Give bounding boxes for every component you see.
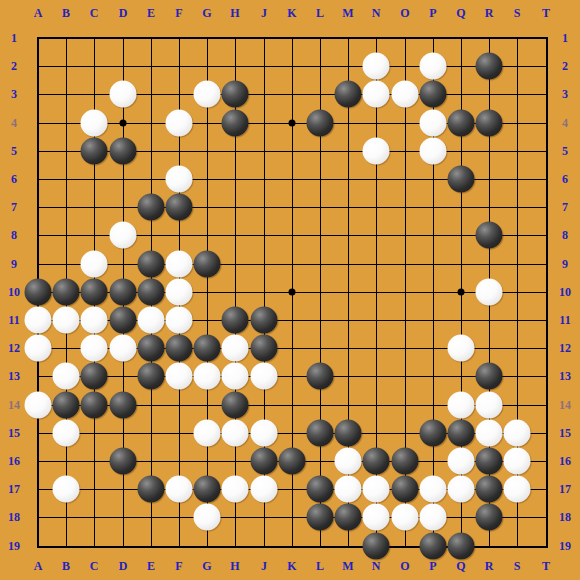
column-label-bottom-G: G	[192, 559, 222, 573]
column-label-top-R: R	[474, 6, 504, 20]
row-label-right-11: 11	[550, 313, 580, 327]
white-stone-P18	[420, 504, 447, 531]
black-stone-D10	[110, 279, 137, 306]
white-stone-M16	[335, 448, 362, 475]
white-stone-J13	[251, 363, 278, 390]
black-stone-H11	[222, 307, 249, 334]
black-stone-R13	[476, 363, 503, 390]
black-stone-F12	[166, 335, 193, 362]
white-stone-P2	[420, 53, 447, 80]
black-stone-M15	[335, 420, 362, 447]
white-stone-P5	[420, 138, 447, 165]
white-stone-B15	[53, 420, 80, 447]
black-stone-E12	[138, 335, 165, 362]
black-stone-C10	[81, 279, 108, 306]
row-label-right-9: 9	[550, 257, 580, 271]
white-stone-N3	[363, 81, 390, 108]
column-label-bottom-K: K	[277, 559, 307, 573]
white-stone-P4	[420, 110, 447, 137]
black-stone-Q19	[448, 533, 475, 560]
column-label-top-G: G	[192, 6, 222, 20]
black-stone-J11	[251, 307, 278, 334]
black-stone-R17	[476, 476, 503, 503]
black-stone-G12	[194, 335, 221, 362]
white-stone-D8	[110, 222, 137, 249]
column-label-top-Q: Q	[446, 6, 476, 20]
column-label-bottom-J: J	[249, 559, 279, 573]
black-stone-D11	[110, 307, 137, 334]
column-label-top-K: K	[277, 6, 307, 20]
white-stone-N18	[363, 504, 390, 531]
row-label-left-9: 9	[0, 257, 29, 271]
column-label-top-C: C	[79, 6, 109, 20]
row-label-right-18: 18	[550, 510, 580, 524]
column-label-bottom-R: R	[474, 559, 504, 573]
white-stone-G13	[194, 363, 221, 390]
column-label-bottom-M: M	[333, 559, 363, 573]
black-stone-R2	[476, 53, 503, 80]
column-label-bottom-C: C	[79, 559, 109, 573]
row-label-right-2: 2	[550, 59, 580, 73]
row-label-left-10: 10	[0, 285, 29, 299]
row-label-right-19: 19	[550, 539, 580, 553]
row-label-left-17: 17	[0, 482, 29, 496]
row-label-right-13: 13	[550, 369, 580, 383]
black-stone-E17	[138, 476, 165, 503]
row-label-right-4: 4	[550, 116, 580, 130]
black-stone-B10	[53, 279, 80, 306]
black-stone-D14	[110, 392, 137, 419]
black-stone-M18	[335, 504, 362, 531]
black-stone-C14	[81, 392, 108, 419]
white-stone-B13	[53, 363, 80, 390]
black-stone-E9	[138, 251, 165, 278]
column-label-top-F: F	[164, 6, 194, 20]
row-label-left-18: 18	[0, 510, 29, 524]
column-label-bottom-F: F	[164, 559, 194, 573]
black-stone-H4	[222, 110, 249, 137]
row-label-left-1: 1	[0, 31, 29, 45]
row-label-left-2: 2	[0, 59, 29, 73]
column-label-top-D: D	[108, 6, 138, 20]
row-label-left-16: 16	[0, 454, 29, 468]
white-stone-C11	[81, 307, 108, 334]
row-label-left-15: 15	[0, 426, 29, 440]
row-label-right-6: 6	[550, 172, 580, 186]
column-label-bottom-S: S	[502, 559, 532, 573]
white-stone-R15	[476, 420, 503, 447]
black-stone-E7	[138, 194, 165, 221]
white-stone-F9	[166, 251, 193, 278]
black-stone-L18	[307, 504, 334, 531]
white-stone-O3	[392, 81, 419, 108]
row-label-right-15: 15	[550, 426, 580, 440]
row-label-right-1: 1	[550, 31, 580, 45]
white-stone-N17	[363, 476, 390, 503]
column-label-top-T: T	[531, 6, 561, 20]
white-stone-Q17	[448, 476, 475, 503]
black-stone-E10	[138, 279, 165, 306]
black-stone-R4	[476, 110, 503, 137]
black-stone-G9	[194, 251, 221, 278]
row-label-right-3: 3	[550, 87, 580, 101]
black-stone-D16	[110, 448, 137, 475]
white-stone-G3	[194, 81, 221, 108]
star-point	[458, 289, 465, 296]
star-point	[120, 120, 127, 127]
black-stone-F7	[166, 194, 193, 221]
column-label-bottom-N: N	[361, 559, 391, 573]
column-label-bottom-T: T	[531, 559, 561, 573]
star-point	[289, 120, 296, 127]
column-label-top-B: B	[51, 6, 81, 20]
column-label-bottom-B: B	[51, 559, 81, 573]
white-stone-H12	[222, 335, 249, 362]
black-stone-Q6	[448, 166, 475, 193]
white-stone-N5	[363, 138, 390, 165]
black-stone-M3	[335, 81, 362, 108]
white-stone-R10	[476, 279, 503, 306]
white-stone-M17	[335, 476, 362, 503]
column-label-top-H: H	[220, 6, 250, 20]
white-stone-B17	[53, 476, 80, 503]
column-label-top-M: M	[333, 6, 363, 20]
column-label-bottom-P: P	[418, 559, 448, 573]
black-stone-D5	[110, 138, 137, 165]
black-stone-N16	[363, 448, 390, 475]
column-label-bottom-E: E	[136, 559, 166, 573]
row-label-left-11: 11	[0, 313, 29, 327]
column-label-top-O: O	[390, 6, 420, 20]
black-stone-O17	[392, 476, 419, 503]
column-label-bottom-O: O	[390, 559, 420, 573]
row-label-right-16: 16	[550, 454, 580, 468]
white-stone-S17	[504, 476, 531, 503]
black-stone-B14	[53, 392, 80, 419]
black-stone-G17	[194, 476, 221, 503]
black-stone-Q4	[448, 110, 475, 137]
star-point	[289, 289, 296, 296]
row-label-left-7: 7	[0, 200, 29, 214]
black-stone-J12	[251, 335, 278, 362]
row-label-left-12: 12	[0, 341, 29, 355]
white-stone-H17	[222, 476, 249, 503]
white-stone-G15	[194, 420, 221, 447]
row-label-left-13: 13	[0, 369, 29, 383]
black-stone-J16	[251, 448, 278, 475]
white-stone-Q12	[448, 335, 475, 362]
black-stone-P19	[420, 533, 447, 560]
column-label-bottom-H: H	[220, 559, 250, 573]
row-label-right-17: 17	[550, 482, 580, 496]
black-stone-E13	[138, 363, 165, 390]
column-label-top-S: S	[502, 6, 532, 20]
black-stone-C13	[81, 363, 108, 390]
black-stone-O16	[392, 448, 419, 475]
black-stone-C5	[81, 138, 108, 165]
black-stone-H3	[222, 81, 249, 108]
white-stone-S15	[504, 420, 531, 447]
white-stone-F11	[166, 307, 193, 334]
white-stone-F17	[166, 476, 193, 503]
white-stone-R14	[476, 392, 503, 419]
row-label-left-8: 8	[0, 228, 29, 242]
black-stone-L4	[307, 110, 334, 137]
row-label-left-19: 19	[0, 539, 29, 553]
white-stone-J15	[251, 420, 278, 447]
white-stone-H15	[222, 420, 249, 447]
white-stone-E11	[138, 307, 165, 334]
black-stone-R8	[476, 222, 503, 249]
row-label-left-4: 4	[0, 116, 29, 130]
column-label-top-E: E	[136, 6, 166, 20]
white-stone-O18	[392, 504, 419, 531]
column-label-top-N: N	[361, 6, 391, 20]
column-label-top-A: A	[23, 6, 53, 20]
white-stone-F13	[166, 363, 193, 390]
black-stone-R16	[476, 448, 503, 475]
white-stone-D12	[110, 335, 137, 362]
column-label-top-L: L	[305, 6, 335, 20]
white-stone-J17	[251, 476, 278, 503]
white-stone-N2	[363, 53, 390, 80]
row-label-right-10: 10	[550, 285, 580, 299]
row-label-right-12: 12	[550, 341, 580, 355]
black-stone-P15	[420, 420, 447, 447]
white-stone-F4	[166, 110, 193, 137]
row-label-right-5: 5	[550, 144, 580, 158]
row-label-left-5: 5	[0, 144, 29, 158]
column-label-bottom-Q: Q	[446, 559, 476, 573]
white-stone-Q16	[448, 448, 475, 475]
black-stone-R18	[476, 504, 503, 531]
column-label-bottom-A: A	[23, 559, 53, 573]
column-label-bottom-L: L	[305, 559, 335, 573]
white-stone-C9	[81, 251, 108, 278]
black-stone-P3	[420, 81, 447, 108]
column-label-top-P: P	[418, 6, 448, 20]
white-stone-B11	[53, 307, 80, 334]
white-stone-G18	[194, 504, 221, 531]
row-label-right-14: 14	[550, 398, 580, 412]
row-label-left-14: 14	[0, 398, 29, 412]
white-stone-C12	[81, 335, 108, 362]
go-board[interactable]: AABBCCDDEEFFGGHHJJKKLLMMNNOOPPQQRRSSTT11…	[0, 0, 580, 580]
white-stone-H13	[222, 363, 249, 390]
white-stone-F6	[166, 166, 193, 193]
white-stone-S16	[504, 448, 531, 475]
black-stone-L17	[307, 476, 334, 503]
row-label-right-8: 8	[550, 228, 580, 242]
column-label-top-J: J	[249, 6, 279, 20]
white-stone-Q14	[448, 392, 475, 419]
black-stone-N19	[363, 533, 390, 560]
black-stone-H14	[222, 392, 249, 419]
white-stone-P17	[420, 476, 447, 503]
column-label-bottom-D: D	[108, 559, 138, 573]
white-stone-C4	[81, 110, 108, 137]
row-label-left-3: 3	[0, 87, 29, 101]
black-stone-L15	[307, 420, 334, 447]
white-stone-F10	[166, 279, 193, 306]
row-label-left-6: 6	[0, 172, 29, 186]
black-stone-L13	[307, 363, 334, 390]
black-stone-K16	[279, 448, 306, 475]
row-label-right-7: 7	[550, 200, 580, 214]
white-stone-D3	[110, 81, 137, 108]
black-stone-Q15	[448, 420, 475, 447]
